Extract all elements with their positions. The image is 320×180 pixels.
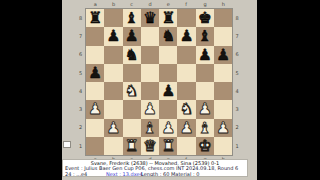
- square-h1[interactable]: [214, 137, 232, 155]
- square-h2[interactable]: ♟: [214, 119, 232, 137]
- file-label-top-e: e: [167, 2, 170, 7]
- rank-label-right-4: 4: [236, 89, 239, 94]
- square-d3[interactable]: ♟: [141, 100, 159, 118]
- black-rook-piece[interactable]: ♜: [86, 9, 104, 27]
- square-a8[interactable]: ♜: [86, 9, 104, 27]
- black-pawn-piece[interactable]: ♟: [159, 82, 177, 100]
- black-knight-piece[interactable]: ♞: [159, 27, 177, 45]
- black-pawn-piece[interactable]: ♟: [123, 27, 141, 45]
- square-e5[interactable]: [159, 64, 177, 82]
- square-f7[interactable]: ♟: [177, 27, 195, 45]
- square-f1[interactable]: [177, 137, 195, 155]
- square-d7[interactable]: [141, 27, 159, 45]
- square-c1[interactable]: ♜: [123, 137, 141, 155]
- black-bishop-piece[interactable]: ♝: [123, 9, 141, 27]
- square-b1[interactable]: [104, 137, 122, 155]
- white-queen-piece[interactable]: ♛: [141, 137, 159, 155]
- square-f4[interactable]: [177, 82, 195, 100]
- black-king-piece[interactable]: ♚: [196, 9, 214, 27]
- square-g8[interactable]: ♚: [196, 9, 214, 27]
- rank-label-left-3: 3: [79, 107, 82, 112]
- square-g1[interactable]: ♚: [196, 137, 214, 155]
- file-label-top-b: b: [112, 2, 115, 7]
- rank-label-left-6: 6: [79, 52, 82, 57]
- square-c6[interactable]: ♞: [123, 46, 141, 64]
- next-move-label[interactable]: Next : 13.dxe4: [106, 172, 143, 177]
- black-queen-piece[interactable]: ♛: [141, 9, 159, 27]
- white-pawn-piece[interactable]: ♟: [104, 119, 122, 137]
- game-length-label: Length : 60: [141, 172, 169, 177]
- rank-label-right-7: 7: [236, 34, 239, 39]
- square-e2[interactable]: ♟: [159, 119, 177, 137]
- white-pawn-piece[interactable]: ♟: [214, 119, 232, 137]
- file-label-top-f: f: [185, 2, 187, 7]
- white-pawn-piece[interactable]: ♟: [196, 100, 214, 118]
- black-rook-piece[interactable]: ♜: [159, 9, 177, 27]
- square-b5[interactable]: [104, 64, 122, 82]
- square-h5[interactable]: [214, 64, 232, 82]
- rank-label-right-1: 1: [236, 144, 239, 149]
- square-f8[interactable]: [177, 9, 195, 27]
- square-b4[interactable]: [104, 82, 122, 100]
- square-c8[interactable]: ♝: [123, 9, 141, 27]
- square-a6[interactable]: [86, 46, 104, 64]
- white-king-piece[interactable]: ♚: [196, 137, 214, 155]
- white-bishop-piece[interactable]: ♝: [196, 119, 214, 137]
- square-d5[interactable]: [141, 64, 159, 82]
- square-f3[interactable]: ♞: [177, 100, 195, 118]
- chess-board: ♜♝♛♜♚♟♟♞♟♝♞♟♟♟♞♟♟♟♞♟♟♝♟♟♝♟♜♛♜♚: [86, 9, 232, 155]
- square-d4[interactable]: [141, 82, 159, 100]
- white-pawn-piece[interactable]: ♟: [159, 119, 177, 137]
- rank-label-right-8: 8: [236, 16, 239, 21]
- square-c3[interactable]: [123, 100, 141, 118]
- file-label-top-h: h: [222, 2, 225, 7]
- white-knight-piece[interactable]: ♞: [177, 100, 195, 118]
- rank-label-right-5: 5: [236, 71, 239, 76]
- file-label-top-d: d: [149, 2, 152, 7]
- square-g4[interactable]: [196, 82, 214, 100]
- square-c2[interactable]: [123, 119, 141, 137]
- square-g2[interactable]: ♝: [196, 119, 214, 137]
- square-g7[interactable]: ♝: [196, 27, 214, 45]
- white-knight-piece[interactable]: ♞: [123, 82, 141, 100]
- square-h8[interactable]: [214, 9, 232, 27]
- square-h4[interactable]: [214, 82, 232, 100]
- rank-label-right-3: 3: [236, 107, 239, 112]
- square-d6[interactable]: [141, 46, 159, 64]
- square-c5[interactable]: [123, 64, 141, 82]
- square-a4[interactable]: [86, 82, 104, 100]
- chess-app-window: ♜♝♛♜♚♟♟♞♟♝♞♟♟♟♞♟♟♟♞♟♟♝♟♟♝♟♜♛♜♚ aabbccdde…: [62, 0, 257, 180]
- square-c7[interactable]: ♟: [123, 27, 141, 45]
- rank-label-left-1: 1: [79, 144, 82, 149]
- square-f2[interactable]: ♟: [177, 119, 195, 137]
- square-g3[interactable]: ♟: [196, 100, 214, 118]
- black-pawn-piece[interactable]: ♟: [86, 64, 104, 82]
- square-b2[interactable]: ♟: [104, 119, 122, 137]
- square-h7[interactable]: [214, 27, 232, 45]
- square-a5[interactable]: ♟: [86, 64, 104, 82]
- square-b6[interactable]: [104, 46, 122, 64]
- black-pawn-piece[interactable]: ♟: [104, 27, 122, 45]
- white-pawn-piece[interactable]: ♟: [86, 100, 104, 118]
- file-label-top-g: g: [203, 2, 206, 7]
- rank-label-right-2: 2: [236, 125, 239, 130]
- square-g5[interactable]: [196, 64, 214, 82]
- black-pawn-piece[interactable]: ♟: [177, 27, 195, 45]
- square-b8[interactable]: [104, 9, 122, 27]
- square-e3[interactable]: [159, 100, 177, 118]
- square-a1[interactable]: [86, 137, 104, 155]
- square-d2[interactable]: ♝: [141, 119, 159, 137]
- white-pawn-piece[interactable]: ♟: [141, 100, 159, 118]
- square-f5[interactable]: [177, 64, 195, 82]
- rank-label-left-5: 5: [79, 71, 82, 76]
- screenshot-root: { "game": "chess", "position": { "fen": …: [0, 0, 320, 180]
- current-move-label: 24 : ...e4: [65, 172, 87, 177]
- square-a7[interactable]: [86, 27, 104, 45]
- white-bishop-piece[interactable]: ♝: [141, 119, 159, 137]
- rank-label-left-4: 4: [79, 89, 82, 94]
- black-bishop-piece[interactable]: ♝: [196, 27, 214, 45]
- square-b7[interactable]: ♟: [104, 27, 122, 45]
- white-rook-piece[interactable]: ♜: [123, 137, 141, 155]
- square-e1[interactable]: ♜: [159, 137, 177, 155]
- material-balance-label: Material : 0: [171, 172, 199, 177]
- white-pawn-piece[interactable]: ♟: [177, 119, 195, 137]
- square-e6[interactable]: [159, 46, 177, 64]
- square-e4[interactable]: ♟: [159, 82, 177, 100]
- square-e8[interactable]: ♜: [159, 9, 177, 27]
- square-e7[interactable]: ♞: [159, 27, 177, 45]
- rank-label-left-8: 8: [79, 16, 82, 21]
- file-label-top-c: c: [130, 2, 133, 7]
- white-rook-piece[interactable]: ♜: [159, 137, 177, 155]
- square-f6[interactable]: [177, 46, 195, 64]
- square-c4[interactable]: ♞: [123, 82, 141, 100]
- file-label-top-a: a: [94, 2, 97, 7]
- square-h3[interactable]: [214, 100, 232, 118]
- black-knight-piece[interactable]: ♞: [123, 46, 141, 64]
- square-b3[interactable]: [104, 100, 122, 118]
- black-pawn-piece[interactable]: ♟: [196, 46, 214, 64]
- rank-label-left-2: 2: [79, 125, 82, 130]
- square-a2[interactable]: [86, 119, 104, 137]
- board-edge-button[interactable]: [63, 141, 71, 148]
- game-info-panel: Svane, Frederik (2638) -- Movahed, Sina …: [62, 159, 248, 177]
- rank-label-left-7: 7: [79, 34, 82, 39]
- square-d1[interactable]: ♛: [141, 137, 159, 155]
- square-a3[interactable]: ♟: [86, 100, 104, 118]
- square-h6[interactable]: ♟: [214, 46, 232, 64]
- square-g6[interactable]: ♟: [196, 46, 214, 64]
- rank-label-right-6: 6: [236, 52, 239, 57]
- square-d8[interactable]: ♛: [141, 9, 159, 27]
- black-pawn-piece[interactable]: ♟: [214, 46, 232, 64]
